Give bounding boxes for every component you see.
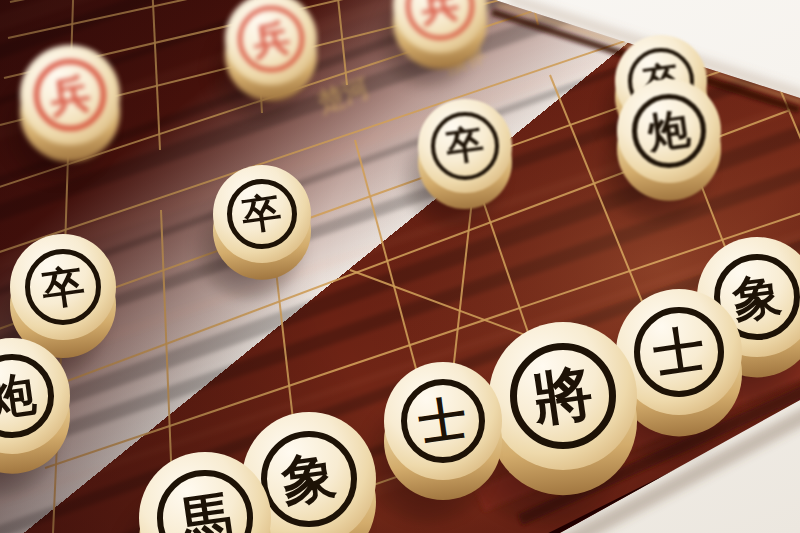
piece-ring: 兵 bbox=[34, 59, 106, 131]
piece-red-soldier[interactable]: 兵 bbox=[20, 45, 120, 145]
piece-black-cannon[interactable]: 炮 bbox=[0, 338, 70, 454]
piece-face: 士 bbox=[384, 362, 502, 480]
piece-glyph: 兵 bbox=[250, 18, 292, 60]
piece-glyph: 象 bbox=[279, 449, 340, 510]
piece-glyph: 馬 bbox=[175, 488, 235, 533]
piece-ring: 將 bbox=[510, 343, 617, 450]
piece-red-soldier[interactable]: 兵 bbox=[393, 0, 487, 53]
piece-glyph: 士 bbox=[651, 324, 708, 381]
piece-glyph: 兵 bbox=[47, 72, 92, 117]
piece-ring: 卒 bbox=[25, 249, 101, 325]
piece-ring: 卒 bbox=[431, 112, 499, 180]
piece-ring: 士 bbox=[401, 379, 486, 464]
piece-glyph: 兵 bbox=[419, 0, 461, 27]
piece-black-horse[interactable]: 馬 bbox=[139, 452, 271, 533]
piece-black-cannon[interactable]: 炮 bbox=[617, 79, 721, 183]
piece-black-soldier[interactable]: 卒 bbox=[10, 234, 116, 340]
piece-glyph: 炮 bbox=[646, 108, 693, 155]
piece-ring: 炮 bbox=[0, 354, 54, 438]
piece-glyph: 士 bbox=[416, 394, 469, 447]
piece-face: 馬 bbox=[139, 452, 271, 533]
piece-black-advisor[interactable]: 士 bbox=[384, 362, 502, 480]
piece-black-soldier[interactable]: 卒 bbox=[213, 165, 311, 263]
piece-glyph: 將 bbox=[530, 363, 597, 430]
piece-ring: 卒 bbox=[227, 179, 298, 250]
piece-ring: 兵 bbox=[406, 0, 474, 40]
piece-glyph: 卒 bbox=[39, 263, 87, 311]
piece-face: 卒 bbox=[213, 165, 311, 263]
piece-black-soldier[interactable]: 卒 bbox=[418, 99, 512, 193]
piece-glyph: 炮 bbox=[0, 370, 38, 422]
piece-face: 炮 bbox=[617, 79, 721, 183]
piece-red-soldier[interactable]: 兵 bbox=[225, 0, 317, 85]
piece-glyph: 卒 bbox=[240, 192, 284, 236]
piece-ring: 馬 bbox=[157, 470, 252, 533]
photo-stage: 楚河 漢界 馬象士將士象炮炮卒卒卒卒兵兵兵 bbox=[0, 0, 800, 533]
piece-ring: 炮 bbox=[632, 94, 707, 169]
piece-face: 兵 bbox=[20, 45, 120, 145]
piece-face: 卒 bbox=[418, 99, 512, 193]
piece-ring: 象 bbox=[261, 431, 357, 527]
piece-face: 將 bbox=[489, 322, 637, 470]
pieces-layer: 馬象士將士象炮炮卒卒卒卒兵兵兵 bbox=[0, 0, 800, 533]
piece-black-general[interactable]: 將 bbox=[489, 322, 637, 470]
piece-ring: 兵 bbox=[238, 6, 304, 72]
piece-glyph: 卒 bbox=[444, 125, 486, 167]
piece-face: 卒 bbox=[10, 234, 116, 340]
piece-ring: 士 bbox=[634, 307, 725, 398]
